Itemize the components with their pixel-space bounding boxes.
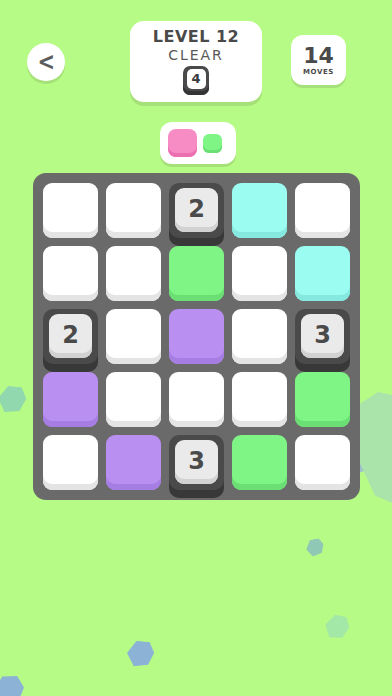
clear-goal-label: CLEAR bbox=[168, 47, 224, 63]
locked-tile-counter: 3 bbox=[301, 314, 344, 358]
next-colors-tray bbox=[160, 122, 236, 164]
pink-swatch bbox=[168, 129, 197, 157]
cell-r4c3-white[interactable] bbox=[169, 372, 224, 427]
locked-tile-counter: 2 bbox=[175, 188, 218, 232]
cell-r2c4-white[interactable] bbox=[232, 246, 287, 301]
cell-r1c5-white[interactable] bbox=[295, 183, 350, 238]
moves-label: MOVES bbox=[303, 68, 334, 76]
cell-r3c5-locked-3[interactable]: 3 bbox=[295, 309, 350, 364]
level-title: LEVEL 12 bbox=[153, 28, 239, 46]
locked-tile-counter: 3 bbox=[175, 440, 218, 484]
cell-r1c2-white[interactable] bbox=[106, 183, 161, 238]
level-card: LEVEL 12 CLEAR 4 bbox=[130, 21, 262, 102]
cell-r4c5-green[interactable] bbox=[295, 372, 350, 427]
cell-r4c4-white[interactable] bbox=[232, 372, 287, 427]
cell-r2c3-green[interactable] bbox=[169, 246, 224, 301]
cell-r1c1-white[interactable] bbox=[43, 183, 98, 238]
cell-r3c1-locked-2[interactable]: 2 bbox=[43, 309, 98, 364]
green-swatch bbox=[203, 134, 222, 153]
moves-count: 14 bbox=[303, 44, 334, 67]
cell-r1c4-cyan[interactable] bbox=[232, 183, 287, 238]
cell-r1c3-locked-2[interactable]: 2 bbox=[169, 183, 224, 238]
back-button[interactable]: < bbox=[27, 43, 65, 81]
cell-r5c3-locked-3[interactable]: 3 bbox=[169, 435, 224, 490]
board-grid: 2233 bbox=[33, 173, 360, 500]
board: 2233 bbox=[33, 173, 360, 500]
goal-tile-icon: 4 bbox=[183, 66, 209, 95]
cell-r5c1-white[interactable] bbox=[43, 435, 98, 490]
cell-r4c2-white[interactable] bbox=[106, 372, 161, 427]
locked-tile-counter: 2 bbox=[49, 314, 92, 358]
cell-r4c1-purple[interactable] bbox=[43, 372, 98, 427]
cell-r3c3-purple[interactable] bbox=[169, 309, 224, 364]
hexagon-decoration bbox=[322, 612, 351, 641]
cell-r3c2-white[interactable] bbox=[106, 309, 161, 364]
game-screen: < LEVEL 12 CLEAR 4 14 MOVES 2233 bbox=[0, 0, 392, 696]
cell-r3c4-white[interactable] bbox=[232, 309, 287, 364]
moves-card: 14 MOVES bbox=[291, 35, 346, 85]
hexagon-decoration bbox=[305, 538, 326, 558]
goal-count: 4 bbox=[187, 69, 206, 89]
cell-r5c5-white[interactable] bbox=[295, 435, 350, 490]
hexagon-decoration bbox=[126, 640, 156, 669]
back-chevron-icon: < bbox=[37, 46, 55, 76]
cell-r2c1-white[interactable] bbox=[43, 246, 98, 301]
cell-r2c5-cyan[interactable] bbox=[295, 246, 350, 301]
hexagon-decoration bbox=[0, 676, 24, 696]
cell-r5c4-green[interactable] bbox=[232, 435, 287, 490]
cell-r2c2-white[interactable] bbox=[106, 246, 161, 301]
cell-r5c2-purple[interactable] bbox=[106, 435, 161, 490]
hexagon-decoration bbox=[0, 384, 28, 415]
